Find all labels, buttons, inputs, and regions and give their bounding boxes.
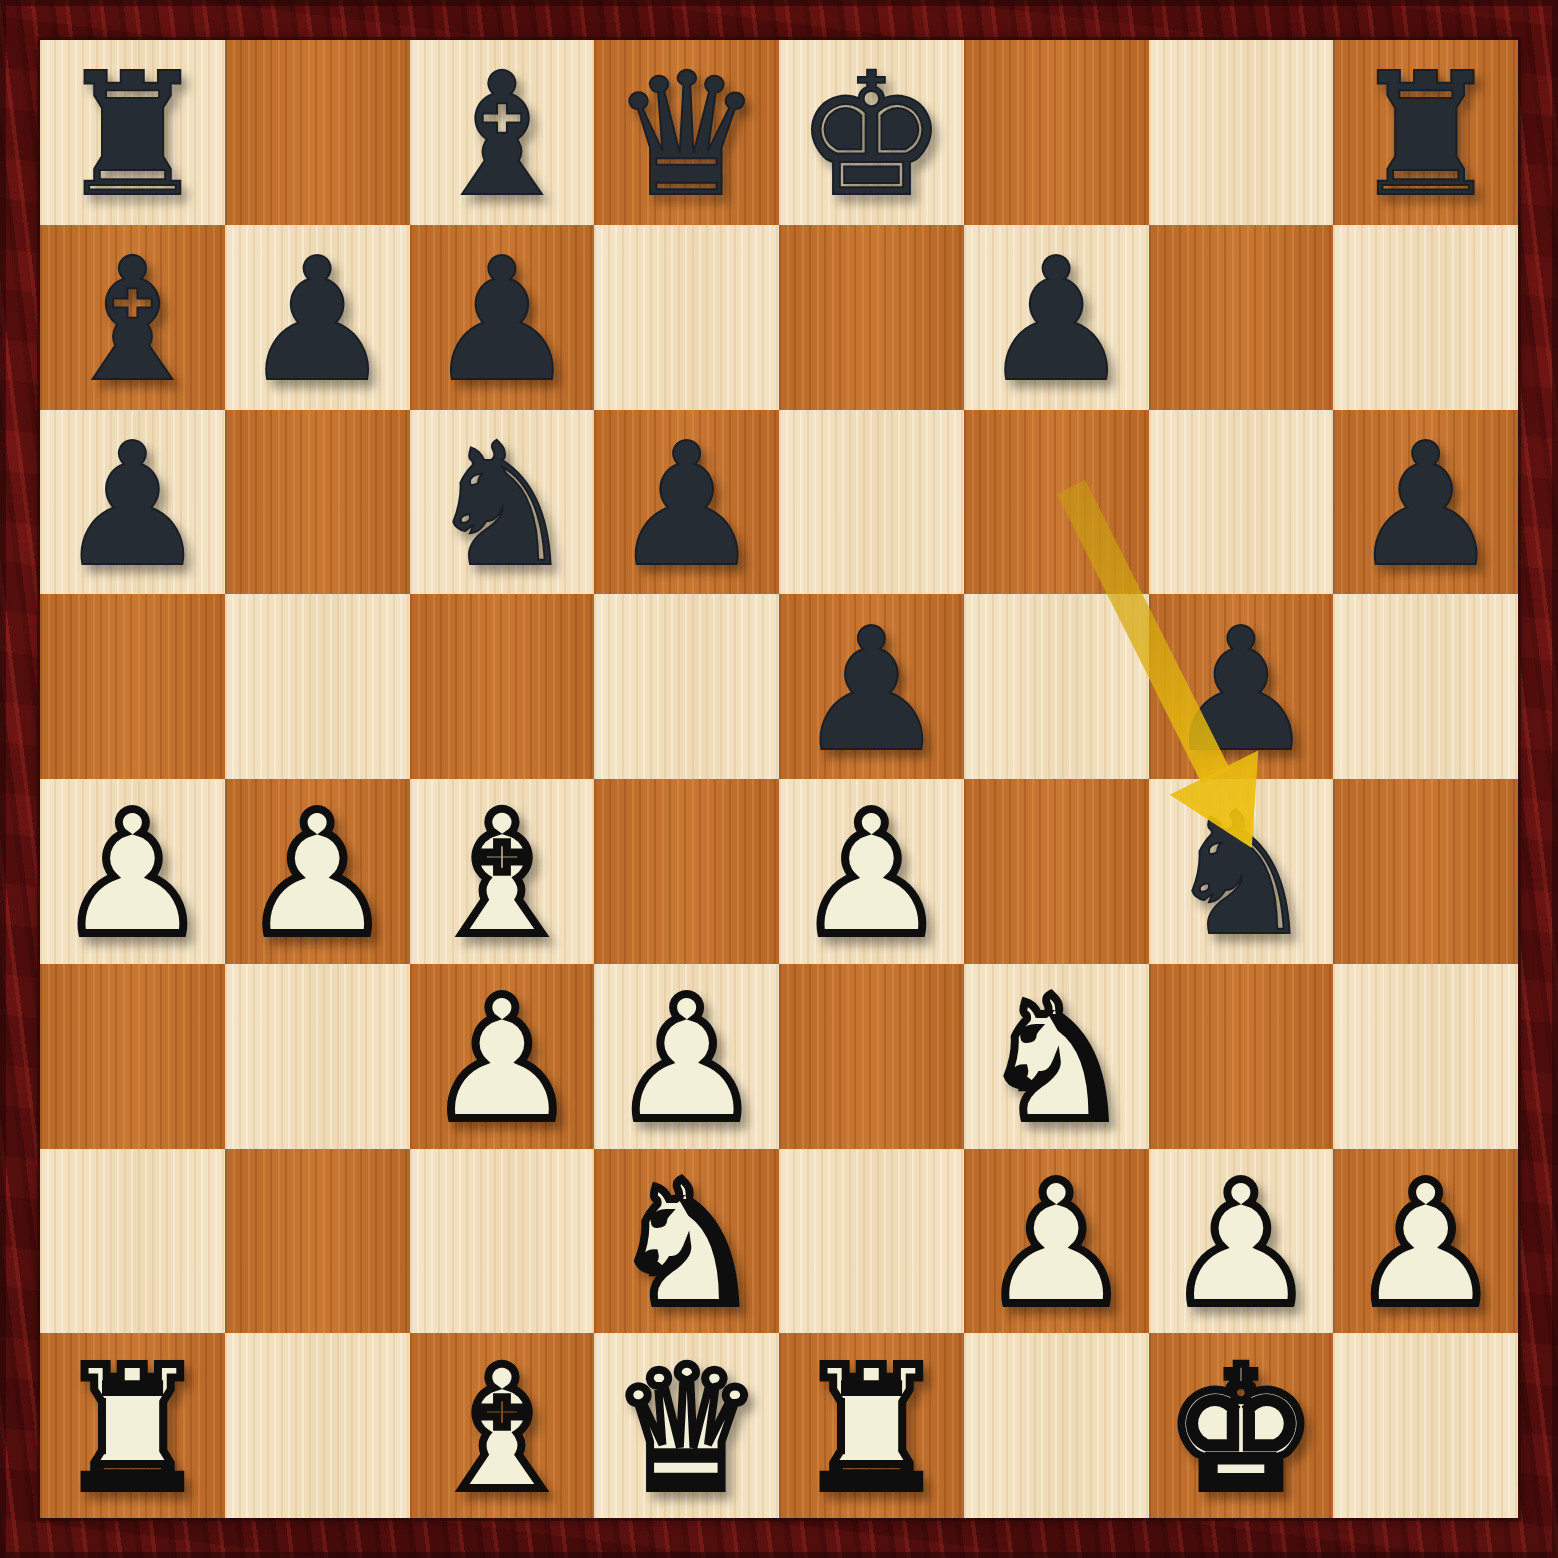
piece-white-bishop[interactable]: ♝ (426, 1344, 578, 1514)
square-e7[interactable] (779, 225, 964, 410)
square-e5[interactable]: ♟ (779, 594, 964, 779)
piece-black-bishop[interactable]: ♝ (426, 50, 578, 220)
square-f1[interactable] (964, 1333, 1149, 1518)
square-f8[interactable] (964, 40, 1149, 225)
square-c5[interactable] (410, 594, 595, 779)
square-e2[interactable] (779, 1149, 964, 1334)
piece-black-pawn[interactable]: ♟ (426, 235, 578, 405)
square-g5[interactable]: ♟ (1149, 594, 1334, 779)
square-h5[interactable] (1333, 594, 1518, 779)
square-g4[interactable]: ♞ (1149, 779, 1334, 964)
piece-white-knight[interactable]: ♞ (610, 1159, 762, 1329)
square-a7[interactable]: ♝ (40, 225, 225, 410)
chess-board: ♜♝♛♚♜♝♟♟♟♟♞♟♟♟♟♟♟♝♟♞♟♟♞♞♟♟♟♜♝♛♜♚ (40, 40, 1518, 1518)
square-d1[interactable]: ♛ (594, 1333, 779, 1518)
square-a4[interactable]: ♟ (40, 779, 225, 964)
square-c8[interactable]: ♝ (410, 40, 595, 225)
piece-black-pawn[interactable]: ♟ (56, 420, 208, 590)
piece-black-knight[interactable]: ♞ (1165, 789, 1317, 959)
square-a3[interactable] (40, 964, 225, 1149)
piece-white-pawn[interactable]: ♟ (795, 789, 947, 959)
square-d6[interactable]: ♟ (594, 410, 779, 595)
square-f4[interactable] (964, 779, 1149, 964)
piece-black-bishop[interactable]: ♝ (56, 235, 208, 405)
piece-black-pawn[interactable]: ♟ (241, 235, 393, 405)
piece-white-pawn[interactable]: ♟ (1165, 1159, 1317, 1329)
square-h6[interactable]: ♟ (1333, 410, 1518, 595)
square-h8[interactable]: ♜ (1333, 40, 1518, 225)
piece-black-king[interactable]: ♚ (795, 50, 947, 220)
square-b7[interactable]: ♟ (225, 225, 410, 410)
piece-white-pawn[interactable]: ♟ (56, 789, 208, 959)
square-e6[interactable] (779, 410, 964, 595)
piece-white-pawn[interactable]: ♟ (610, 974, 762, 1144)
square-d8[interactable]: ♛ (594, 40, 779, 225)
square-g1[interactable]: ♚ (1149, 1333, 1334, 1518)
piece-black-pawn[interactable]: ♟ (980, 235, 1132, 405)
piece-black-rook[interactable]: ♜ (56, 50, 208, 220)
piece-white-bishop[interactable]: ♝ (426, 789, 578, 959)
square-e8[interactable]: ♚ (779, 40, 964, 225)
piece-black-rook[interactable]: ♜ (1349, 50, 1501, 220)
square-b4[interactable]: ♟ (225, 779, 410, 964)
square-f6[interactable] (964, 410, 1149, 595)
square-c6[interactable]: ♞ (410, 410, 595, 595)
piece-white-rook[interactable]: ♜ (795, 1344, 947, 1514)
piece-white-pawn[interactable]: ♟ (426, 974, 578, 1144)
square-g6[interactable] (1149, 410, 1334, 595)
square-f7[interactable]: ♟ (964, 225, 1149, 410)
square-h2[interactable]: ♟ (1333, 1149, 1518, 1334)
square-d7[interactable] (594, 225, 779, 410)
square-e1[interactable]: ♜ (779, 1333, 964, 1518)
square-g8[interactable] (1149, 40, 1334, 225)
square-a5[interactable] (40, 594, 225, 779)
square-g2[interactable]: ♟ (1149, 1149, 1334, 1334)
board-frame: ♜♝♛♚♜♝♟♟♟♟♞♟♟♟♟♟♟♝♟♞♟♟♞♞♟♟♟♜♝♛♜♚ (0, 0, 1558, 1558)
square-h3[interactable] (1333, 964, 1518, 1149)
square-a6[interactable]: ♟ (40, 410, 225, 595)
square-f2[interactable]: ♟ (964, 1149, 1149, 1334)
piece-white-king[interactable]: ♚ (1165, 1344, 1317, 1514)
square-b6[interactable] (225, 410, 410, 595)
square-d2[interactable]: ♞ (594, 1149, 779, 1334)
piece-white-rook[interactable]: ♜ (56, 1344, 208, 1514)
piece-white-pawn[interactable]: ♟ (1349, 1159, 1501, 1329)
square-h1[interactable] (1333, 1333, 1518, 1518)
square-h7[interactable] (1333, 225, 1518, 410)
piece-black-pawn[interactable]: ♟ (1349, 420, 1501, 590)
square-f5[interactable] (964, 594, 1149, 779)
piece-white-pawn[interactable]: ♟ (241, 789, 393, 959)
square-b1[interactable] (225, 1333, 410, 1518)
square-c1[interactable]: ♝ (410, 1333, 595, 1518)
square-b2[interactable] (225, 1149, 410, 1334)
square-b8[interactable] (225, 40, 410, 225)
piece-black-queen[interactable]: ♛ (610, 50, 762, 220)
square-f3[interactable]: ♞ (964, 964, 1149, 1149)
square-h4[interactable] (1333, 779, 1518, 964)
square-c2[interactable] (410, 1149, 595, 1334)
square-b5[interactable] (225, 594, 410, 779)
piece-black-pawn[interactable]: ♟ (610, 420, 762, 590)
piece-black-pawn[interactable]: ♟ (795, 605, 947, 775)
square-c7[interactable]: ♟ (410, 225, 595, 410)
piece-white-queen[interactable]: ♛ (610, 1344, 762, 1514)
piece-white-pawn[interactable]: ♟ (980, 1159, 1132, 1329)
square-g3[interactable] (1149, 964, 1334, 1149)
square-a2[interactable] (40, 1149, 225, 1334)
piece-white-knight[interactable]: ♞ (980, 974, 1132, 1144)
piece-black-knight[interactable]: ♞ (426, 420, 578, 590)
square-a1[interactable]: ♜ (40, 1333, 225, 1518)
square-g7[interactable] (1149, 225, 1334, 410)
square-b3[interactable] (225, 964, 410, 1149)
square-a8[interactable]: ♜ (40, 40, 225, 225)
square-d3[interactable]: ♟ (594, 964, 779, 1149)
square-d5[interactable] (594, 594, 779, 779)
square-e4[interactable]: ♟ (779, 779, 964, 964)
piece-black-pawn[interactable]: ♟ (1165, 605, 1317, 775)
square-e3[interactable] (779, 964, 964, 1149)
square-d4[interactable] (594, 779, 779, 964)
square-c4[interactable]: ♝ (410, 779, 595, 964)
square-c3[interactable]: ♟ (410, 964, 595, 1149)
